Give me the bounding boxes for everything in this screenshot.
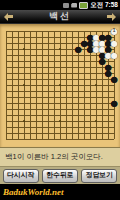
button-row: 다시시작 한수뒤로 정답보기 (0, 166, 120, 184)
board-intersection[interactable]: ● (111, 100, 117, 106)
restart-button[interactable]: 다시시작 (3, 169, 39, 183)
go-board-area: ●1●●●●●●●●●●●●●●●●●●●●●●● (0, 24, 120, 147)
hoshi-point (23, 48, 26, 51)
black-stone: ● (110, 76, 117, 83)
usb-icon (63, 3, 69, 8)
board-intersection[interactable] (111, 136, 117, 142)
hoshi-point (59, 48, 62, 51)
board-intersection[interactable]: ● (111, 76, 117, 82)
move-number-label: 1 (113, 29, 116, 34)
clock-text: 오전 7:58 (90, 1, 118, 10)
black-stone: ● (74, 46, 81, 53)
hoshi-point (23, 120, 26, 123)
board-intersection[interactable]: ● (111, 40, 117, 46)
hoshi-point (95, 120, 98, 123)
status-bar: 오전 7:58 (0, 0, 120, 10)
hoshi-point (95, 84, 98, 87)
undo-move-button[interactable]: 한수뒤로 (42, 169, 78, 183)
caption-bar: 백1이 이른바 1.2의 곳이오다. (0, 147, 120, 166)
show-answer-button[interactable]: 정답보기 (81, 169, 117, 183)
problem-caption: 백1이 이른바 1.2의 곳이오다. (5, 152, 103, 162)
white-stone: ● (110, 52, 117, 59)
page-title: 백선 (49, 10, 71, 23)
hoshi-point (23, 84, 26, 87)
hoshi-point (59, 120, 62, 123)
prev-problem-arrow-icon[interactable] (4, 13, 13, 21)
brand-logo: BadukWorld.net (3, 187, 64, 197)
black-stone: ● (110, 100, 117, 107)
battery-icon (79, 2, 88, 9)
board-intersection[interactable]: ● (111, 52, 117, 58)
board-intersection[interactable]: ● (75, 46, 81, 52)
go-board[interactable]: ●1●●●●●●●●●●●●●●●●●●●●●●● (3, 28, 117, 142)
next-problem-arrow-icon[interactable] (107, 13, 116, 21)
title-bar: 백선 (0, 10, 120, 24)
sdcard-icon (71, 3, 77, 8)
footer-bar: BadukWorld.net (0, 184, 120, 200)
board-intersection[interactable]: ●1 (111, 28, 117, 34)
hoshi-point (59, 84, 62, 87)
